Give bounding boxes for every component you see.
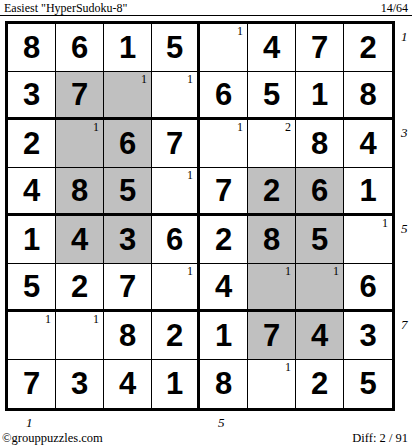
cell-r2c5[interactable]: 6 <box>200 72 248 120</box>
given-digit: 6 <box>56 24 103 71</box>
cell-r4c8[interactable]: 1 <box>344 168 392 216</box>
cell-r1c4[interactable]: 5 <box>152 24 200 72</box>
given-digit: 3 <box>56 360 103 408</box>
cell-r7c3[interactable]: 8 <box>104 312 152 360</box>
cell-r3c2[interactable]: 1 <box>56 120 104 168</box>
given-digit: 7 <box>152 120 197 167</box>
cell-r3c4[interactable]: 7 <box>152 120 200 168</box>
given-digit: 2 <box>200 216 247 263</box>
pencil-mark: 2 <box>285 120 291 134</box>
cell-r2c6[interactable]: 5 <box>248 72 296 120</box>
given-digit: 7 <box>104 264 151 309</box>
given-digit: 4 <box>344 120 392 167</box>
given-digit: 5 <box>8 264 55 309</box>
given-digit: 1 <box>8 216 55 263</box>
cell-r3c1[interactable]: 2 <box>8 120 56 168</box>
col-label-5: 5 <box>218 416 230 430</box>
cell-r1c1[interactable]: 8 <box>8 24 56 72</box>
page-title: Easiest "HyperSudoku-8" <box>4 1 127 16</box>
given-digit: 5 <box>104 168 151 213</box>
cell-r6c4[interactable]: 1 <box>152 264 200 312</box>
given-digit: 7 <box>248 312 295 359</box>
given-digit: 7 <box>56 72 103 117</box>
cell-r2c2[interactable]: 7 <box>56 72 104 120</box>
cell-r8c1[interactable]: 7 <box>8 360 56 408</box>
given-digit: 2 <box>152 312 197 359</box>
given-digit: 7 <box>200 168 247 213</box>
cell-r1c6[interactable]: 4 <box>248 24 296 72</box>
cell-r5c4[interactable]: 6 <box>152 216 200 264</box>
given-digit: 4 <box>8 168 55 213</box>
cell-r4c1[interactable]: 4 <box>8 168 56 216</box>
cell-r5c7[interactable]: 5 <box>296 216 344 264</box>
given-digit: 7 <box>296 24 343 71</box>
copyright-text: ©grouppuzzles.com <box>2 431 103 446</box>
given-digit: 5 <box>344 360 392 408</box>
row-label-7: 7 <box>401 318 411 332</box>
given-digit: 5 <box>152 24 197 71</box>
cell-r4c2[interactable]: 8 <box>56 168 104 216</box>
given-digit: 2 <box>296 360 343 408</box>
given-digit: 3 <box>8 72 55 117</box>
cell-r7c8[interactable]: 3 <box>344 312 392 360</box>
pencil-mark: 1 <box>45 312 51 326</box>
cell-r2c1[interactable]: 3 <box>8 72 56 120</box>
pencil-mark: 1 <box>187 72 193 86</box>
given-digit: 8 <box>296 120 343 167</box>
pencil-mark: 1 <box>187 264 193 278</box>
given-digit: 5 <box>296 216 343 263</box>
cell-r6c6[interactable]: 1 <box>248 264 296 312</box>
cell-r4c7[interactable]: 6 <box>296 168 344 216</box>
cell-r8c5[interactable]: 8 <box>200 360 248 408</box>
cell-r7c2[interactable]: 1 <box>56 312 104 360</box>
cell-r5c3[interactable]: 3 <box>104 216 152 264</box>
col-label-1: 1 <box>26 416 38 430</box>
given-digit: 8 <box>248 216 295 263</box>
pencil-mark: 1 <box>237 120 243 134</box>
cell-r7c5[interactable]: 1 <box>200 312 248 360</box>
cell-r5c1[interactable]: 1 <box>8 216 56 264</box>
pencil-mark: 1 <box>285 360 291 374</box>
cell-r4c6[interactable]: 2 <box>248 168 296 216</box>
puzzle-counter: 14/64 <box>381 1 408 16</box>
cell-r2c4[interactable]: 1 <box>152 72 200 120</box>
cell-r8c3[interactable]: 4 <box>104 360 152 408</box>
cell-r1c5[interactable]: 1 <box>200 24 248 72</box>
cell-r1c8[interactable]: 2 <box>344 24 392 72</box>
pencil-mark: 1 <box>333 264 339 278</box>
cell-r3c3[interactable]: 6 <box>104 120 152 168</box>
cell-r7c7[interactable]: 4 <box>296 312 344 360</box>
cell-r8c4[interactable]: 1 <box>152 360 200 408</box>
pencil-mark: 1 <box>187 168 193 182</box>
given-digit: 8 <box>344 72 392 117</box>
given-digit: 1 <box>152 360 197 408</box>
row-label-1: 1 <box>401 30 411 44</box>
pencil-mark: 1 <box>285 264 291 278</box>
given-digit: 4 <box>248 24 295 71</box>
difficulty-text: Diff: 2 / 91 <box>352 431 408 446</box>
given-digit: 5 <box>248 72 295 117</box>
given-digit: 6 <box>200 72 247 117</box>
cell-r3c6[interactable]: 2 <box>248 120 296 168</box>
cell-r6c8[interactable]: 6 <box>344 264 392 312</box>
cell-r3c8[interactable]: 4 <box>344 120 392 168</box>
given-digit: 4 <box>200 264 247 309</box>
given-digit: 1 <box>200 312 247 359</box>
pencil-mark: 1 <box>93 312 99 326</box>
cell-r6c7[interactable]: 1 <box>296 264 344 312</box>
cell-r2c8[interactable]: 8 <box>344 72 392 120</box>
given-digit: 4 <box>296 312 343 359</box>
cell-r6c2[interactable]: 2 <box>56 264 104 312</box>
cell-r2c3[interactable]: 1 <box>104 72 152 120</box>
given-digit: 2 <box>56 264 103 309</box>
given-digit: 6 <box>152 216 197 263</box>
cell-r8c2[interactable]: 3 <box>56 360 104 408</box>
pencil-mark: 1 <box>141 72 147 86</box>
given-digit: 3 <box>104 216 151 263</box>
cell-r6c3[interactable]: 7 <box>104 264 152 312</box>
board: 8615147237116518216712844851726114362851… <box>5 21 395 411</box>
given-digit: 4 <box>104 360 151 408</box>
pencil-mark: 1 <box>93 120 99 134</box>
given-digit: 1 <box>296 72 343 117</box>
given-digit: 6 <box>296 168 343 213</box>
cell-r8c7[interactable]: 2 <box>296 360 344 408</box>
cell-r6c1[interactable]: 5 <box>8 264 56 312</box>
cell-r8c8[interactable]: 5 <box>344 360 392 408</box>
given-digit: 2 <box>8 120 55 167</box>
pencil-mark: 1 <box>237 24 243 38</box>
cell-r3c5[interactable]: 1 <box>200 120 248 168</box>
cell-r4c3[interactable]: 5 <box>104 168 152 216</box>
given-digit: 1 <box>344 168 392 213</box>
cell-r5c6[interactable]: 8 <box>248 216 296 264</box>
cell-r5c8[interactable]: 1 <box>344 216 392 264</box>
given-digit: 2 <box>344 24 392 71</box>
pencil-mark: 1 <box>382 216 388 230</box>
given-digit: 7 <box>8 360 55 408</box>
cell-r2c7[interactable]: 1 <box>296 72 344 120</box>
cell-r1c7[interactable]: 7 <box>296 24 344 72</box>
given-digit: 6 <box>104 120 151 167</box>
row-label-5: 5 <box>401 222 411 236</box>
cell-r1c3[interactable]: 1 <box>104 24 152 72</box>
cell-r5c2[interactable]: 4 <box>56 216 104 264</box>
cell-r4c5[interactable]: 7 <box>200 168 248 216</box>
given-digit: 8 <box>56 168 103 213</box>
cell-r6c5[interactable]: 4 <box>200 264 248 312</box>
cell-r7c6[interactable]: 7 <box>248 312 296 360</box>
given-digit: 3 <box>344 312 392 359</box>
cell-r4c4[interactable]: 1 <box>152 168 200 216</box>
cell-r7c4[interactable]: 2 <box>152 312 200 360</box>
given-digit: 2 <box>248 168 295 213</box>
given-digit: 1 <box>104 24 151 71</box>
header-divider <box>0 15 412 16</box>
row-label-3: 3 <box>401 126 411 140</box>
cell-r7c1[interactable]: 1 <box>8 312 56 360</box>
given-digit: 8 <box>104 312 151 359</box>
cell-r3c7[interactable]: 8 <box>296 120 344 168</box>
cell-r1c2[interactable]: 6 <box>56 24 104 72</box>
cell-r8c6[interactable]: 1 <box>248 360 296 408</box>
given-digit: 6 <box>344 264 392 309</box>
cell-r5c5[interactable]: 2 <box>200 216 248 264</box>
given-digit: 8 <box>8 24 55 71</box>
given-digit: 4 <box>56 216 103 263</box>
given-digit: 8 <box>200 360 247 408</box>
